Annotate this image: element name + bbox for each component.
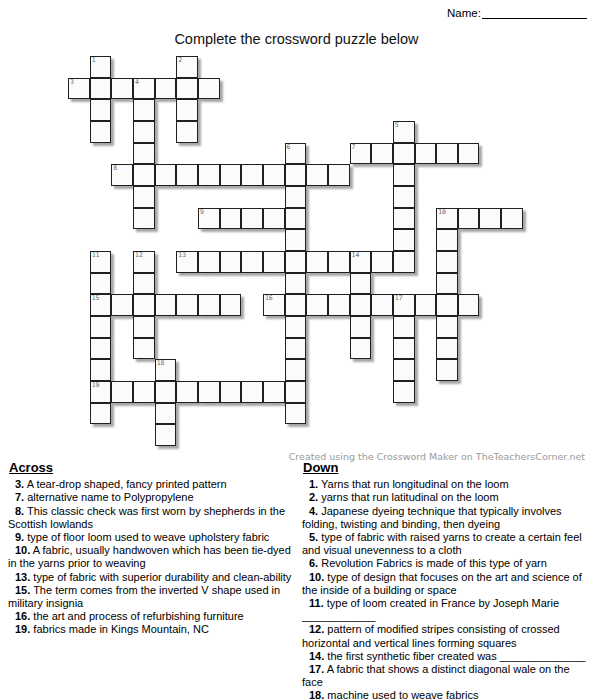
- grid-cell[interactable]: [198, 251, 220, 273]
- grid-cell[interactable]: [90, 273, 112, 295]
- grid-cell[interactable]: [458, 143, 480, 165]
- grid-cell[interactable]: 2: [176, 56, 198, 78]
- grid-cell[interactable]: 13: [176, 251, 198, 273]
- grid-cell[interactable]: 6: [285, 143, 307, 165]
- grid-cell[interactable]: [176, 121, 198, 143]
- grid-cell[interactable]: [220, 294, 242, 316]
- down-clue-list: 1. Yarns that run longitudinal on the lo…: [302, 478, 590, 700]
- grid-cell[interactable]: [436, 273, 458, 295]
- grid-cell[interactable]: [393, 359, 415, 381]
- clue-item: 2. yarns that run latitudinal on the loo…: [302, 491, 590, 504]
- clue-number: 4: [135, 79, 139, 86]
- down-clues-section: Down 1. Yarns that run longitudinal on t…: [302, 461, 590, 700]
- grid-cell[interactable]: [133, 208, 155, 230]
- grid-cell[interactable]: [371, 251, 393, 273]
- clue-item-number: 10.: [309, 571, 324, 583]
- grid-cell[interactable]: [133, 381, 155, 403]
- grid-cell[interactable]: [90, 78, 112, 100]
- grid-cell[interactable]: [285, 164, 307, 186]
- grid-cell[interactable]: 1: [90, 56, 112, 78]
- grid-cell[interactable]: [393, 251, 415, 273]
- grid-cell[interactable]: [111, 381, 133, 403]
- clue-item-number: 19.: [15, 623, 30, 635]
- name-label: Name:: [447, 7, 481, 19]
- clue-item: 12. pattern of modified stripes consisti…: [302, 623, 590, 649]
- clue-item: 13. type of fabric with superior durabil…: [8, 571, 294, 584]
- grid-cell[interactable]: [90, 359, 112, 381]
- grid-cell[interactable]: [176, 164, 198, 186]
- grid-cell[interactable]: [241, 208, 263, 230]
- clue-item-number: 3.: [15, 478, 24, 490]
- grid-cell[interactable]: [285, 403, 307, 425]
- clue-item-number: 17.: [309, 663, 324, 675]
- grid-cell[interactable]: [393, 208, 415, 230]
- clue-item: 7. alternative name to Polypropylene: [8, 491, 294, 504]
- clue-item-number: 2.: [309, 491, 318, 503]
- clue-item: 16. the art and process of refurbishing …: [8, 610, 294, 623]
- clue-item-number: 15.: [15, 584, 30, 596]
- down-heading: Down: [303, 461, 590, 474]
- grid-cell[interactable]: [285, 359, 307, 381]
- grid-cell[interactable]: [285, 294, 307, 316]
- across-heading: Across: [9, 461, 294, 474]
- grid-cell[interactable]: 19: [90, 381, 112, 403]
- across-clue-list: 3. A tear-drop shaped, fancy printed pat…: [8, 478, 294, 636]
- grid-cell[interactable]: [350, 338, 372, 360]
- clue-item: 5. type of fabric with raised yarns to c…: [302, 531, 590, 557]
- grid-cell[interactable]: [328, 251, 350, 273]
- clue-number: 19: [92, 382, 100, 389]
- clue-number: 9: [200, 209, 204, 216]
- clue-item-number: 5.: [309, 531, 318, 543]
- grid-cell[interactable]: [155, 78, 177, 100]
- grid-cell[interactable]: [155, 403, 177, 425]
- clue-number: 5: [395, 122, 399, 129]
- grid-cell[interactable]: [133, 316, 155, 338]
- grid-cell[interactable]: [479, 208, 501, 230]
- clue-number: 7: [352, 144, 356, 151]
- grid-cell[interactable]: [393, 316, 415, 338]
- grid-cell[interactable]: [393, 164, 415, 186]
- clue-number: 15: [92, 295, 100, 302]
- clue-number: 13: [178, 252, 186, 259]
- grid-cell[interactable]: 17: [393, 294, 415, 316]
- clue-item: 6. Revolution Fabrics is made of this ty…: [302, 557, 590, 570]
- grid-cell[interactable]: 18: [155, 359, 177, 381]
- clue-number: 1: [92, 57, 96, 64]
- grid-cell[interactable]: 9: [198, 208, 220, 230]
- clue-item-number: 9.: [15, 531, 24, 543]
- clue-number: 6: [287, 144, 291, 151]
- grid-cell[interactable]: [220, 381, 242, 403]
- grid-cell[interactable]: [371, 294, 393, 316]
- grid-cell[interactable]: [155, 294, 177, 316]
- clue-number: 11: [92, 252, 100, 259]
- grid-cell[interactable]: [285, 381, 307, 403]
- grid-cell[interactable]: [415, 143, 437, 165]
- grid-cell[interactable]: [350, 294, 372, 316]
- grid-cell[interactable]: [436, 143, 458, 165]
- grid-cell[interactable]: [371, 143, 393, 165]
- grid-cell[interactable]: [285, 251, 307, 273]
- grid-cell[interactable]: [133, 121, 155, 143]
- grid-cell[interactable]: [111, 294, 133, 316]
- clue-number: 14: [352, 252, 360, 259]
- clue-item-number: 4.: [309, 505, 318, 517]
- grid-cell[interactable]: [306, 294, 328, 316]
- name-blank[interactable]: [482, 6, 587, 19]
- grid-cell[interactable]: [155, 164, 177, 186]
- across-clues-section: Across 3. A tear-drop shaped, fancy prin…: [8, 461, 294, 637]
- grid-cell[interactable]: [436, 294, 458, 316]
- grid-cell[interactable]: [393, 186, 415, 208]
- grid-cell[interactable]: [220, 251, 242, 273]
- grid-cell[interactable]: [285, 208, 307, 230]
- crossword-grid: 12345678910111213141516171819: [68, 56, 523, 446]
- grid-cell[interactable]: [111, 78, 133, 100]
- clue-item: 19. fabrics made in Kings Mountain, NC: [8, 623, 294, 636]
- clue-number: 12: [135, 252, 143, 259]
- grid-cell[interactable]: [198, 294, 220, 316]
- grid-cell[interactable]: [415, 294, 437, 316]
- clue-item: 14. the first synthetic fiber created wa…: [302, 650, 590, 663]
- grid-cell[interactable]: [90, 403, 112, 425]
- grid-cell[interactable]: [133, 143, 155, 165]
- grid-cell[interactable]: [306, 164, 328, 186]
- grid-cell[interactable]: [436, 229, 458, 251]
- grid-cell[interactable]: [328, 164, 350, 186]
- clue-item-number: 14.: [309, 650, 324, 662]
- grid-cell[interactable]: [393, 143, 415, 165]
- clue-item-number: 13.: [15, 571, 30, 583]
- grid-cell[interactable]: 4: [133, 78, 155, 100]
- grid-cell[interactable]: [133, 99, 155, 121]
- grid-cell[interactable]: [155, 424, 177, 446]
- clue-item: 3. A tear-drop shaped, fancy printed pat…: [8, 478, 294, 491]
- grid-cell[interactable]: [198, 164, 220, 186]
- grid-cell[interactable]: [90, 121, 112, 143]
- grid-cell[interactable]: [436, 338, 458, 360]
- clue-item: 1. Yarns that run longitudinal on the lo…: [302, 478, 590, 491]
- grid-cell[interactable]: 10: [436, 208, 458, 230]
- grid-cell[interactable]: [328, 294, 350, 316]
- grid-cell[interactable]: [90, 338, 112, 360]
- grid-cell[interactable]: [393, 381, 415, 403]
- grid-cell[interactable]: [306, 251, 328, 273]
- grid-cell[interactable]: [285, 316, 307, 338]
- grid-cell[interactable]: [176, 381, 198, 403]
- grid-cell[interactable]: 11: [90, 251, 112, 273]
- grid-cell[interactable]: [285, 273, 307, 295]
- grid-cell[interactable]: [133, 186, 155, 208]
- grid-cell[interactable]: 8: [111, 164, 133, 186]
- clue-item-number: 11.: [309, 597, 324, 609]
- clue-item: 10. type of design that focuses on the a…: [302, 571, 590, 597]
- grid-cell[interactable]: 5: [393, 121, 415, 143]
- clue-item: 10. A fabric, usually handwoven which ha…: [8, 544, 294, 570]
- grid-cell[interactable]: 15: [90, 294, 112, 316]
- grid-cell[interactable]: 7: [350, 143, 372, 165]
- grid-cell[interactable]: [458, 294, 480, 316]
- grid-cell[interactable]: 16: [263, 294, 285, 316]
- grid-cell[interactable]: [263, 381, 285, 403]
- grid-cell[interactable]: [436, 359, 458, 381]
- grid-cell[interactable]: [241, 251, 263, 273]
- grid-cell[interactable]: [133, 273, 155, 295]
- grid-cell[interactable]: 12: [133, 251, 155, 273]
- clue-item-number: 7.: [15, 491, 24, 503]
- clue-item-number: 16.: [15, 610, 30, 622]
- grid-cell[interactable]: [133, 294, 155, 316]
- clue-number: 18: [157, 360, 165, 367]
- grid-cell[interactable]: [393, 338, 415, 360]
- clue-number: 17: [395, 295, 403, 302]
- grid-cell[interactable]: 3: [68, 78, 90, 100]
- grid-cell[interactable]: 14: [350, 251, 372, 273]
- clue-item: 8. This classic check was first worn by …: [8, 505, 294, 531]
- clue-item-number: 8.: [15, 505, 24, 517]
- grid-cell[interactable]: [220, 208, 242, 230]
- page-title: Complete the crossword puzzle below: [0, 31, 593, 47]
- grid-cell[interactable]: [458, 208, 480, 230]
- grid-cell[interactable]: [285, 229, 307, 251]
- grid-cell[interactable]: [220, 164, 242, 186]
- clue-item-number: 18.: [309, 689, 324, 700]
- grid-cell[interactable]: [176, 99, 198, 121]
- clue-item: 15. The term comes from the inverted V s…: [8, 584, 294, 610]
- clue-number: 3: [70, 79, 74, 86]
- grid-cell[interactable]: [90, 99, 112, 121]
- clue-number: 16: [265, 295, 273, 302]
- grid-cell[interactable]: [133, 338, 155, 360]
- grid-cell[interactable]: [285, 186, 307, 208]
- clue-number: 10: [438, 209, 446, 216]
- grid-cell[interactable]: [241, 381, 263, 403]
- clue-number: 2: [178, 57, 182, 64]
- clue-item: 4. Japanese dyeing technique that typica…: [302, 505, 590, 531]
- clue-number: 8: [113, 165, 117, 172]
- grid-cell[interactable]: [155, 381, 177, 403]
- grid-cell[interactable]: [133, 164, 155, 186]
- grid-cell[interactable]: [393, 229, 415, 251]
- grid-cell[interactable]: [176, 294, 198, 316]
- clue-item-number: 6.: [309, 557, 318, 569]
- grid-cell[interactable]: [350, 316, 372, 338]
- grid-cell[interactable]: [436, 316, 458, 338]
- grid-cell[interactable]: [501, 208, 523, 230]
- grid-cell[interactable]: [263, 208, 285, 230]
- grid-cell[interactable]: [176, 78, 198, 100]
- grid-cell[interactable]: [263, 164, 285, 186]
- grid-cell[interactable]: [263, 251, 285, 273]
- grid-cell[interactable]: [198, 381, 220, 403]
- clue-item-number: 10.: [15, 544, 30, 556]
- grid-cell[interactable]: [241, 164, 263, 186]
- grid-cell[interactable]: [90, 316, 112, 338]
- clue-item: 11. type of loom created in France by Jo…: [302, 597, 590, 623]
- clue-item: 9. type of floor loom used to weave upho…: [8, 531, 294, 544]
- grid-cell[interactable]: [285, 338, 307, 360]
- clue-item-number: 1.: [309, 478, 318, 490]
- clue-item: 17. A fabric that shows a distinct diago…: [302, 663, 590, 689]
- grid-cell[interactable]: [198, 78, 220, 100]
- clue-item-number: 12.: [309, 623, 324, 635]
- grid-cell[interactable]: [436, 251, 458, 273]
- clue-item: 18. machine used to weave fabrics: [302, 689, 590, 700]
- name-row: Name:: [447, 6, 587, 19]
- grid-cell[interactable]: [350, 273, 372, 295]
